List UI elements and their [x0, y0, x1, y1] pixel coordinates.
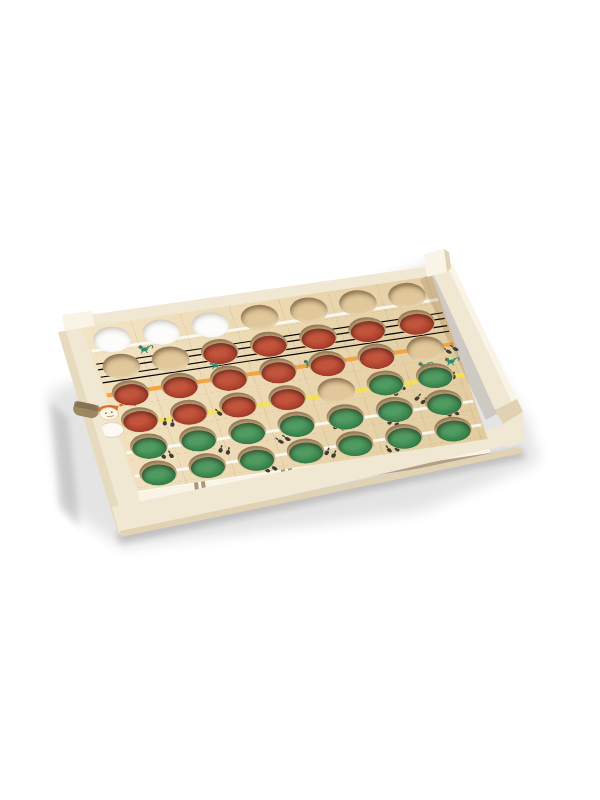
- right-rail-back-cap: [424, 249, 447, 277]
- tray-over-layer: [0, 0, 600, 800]
- product-photo-scene: [0, 0, 600, 800]
